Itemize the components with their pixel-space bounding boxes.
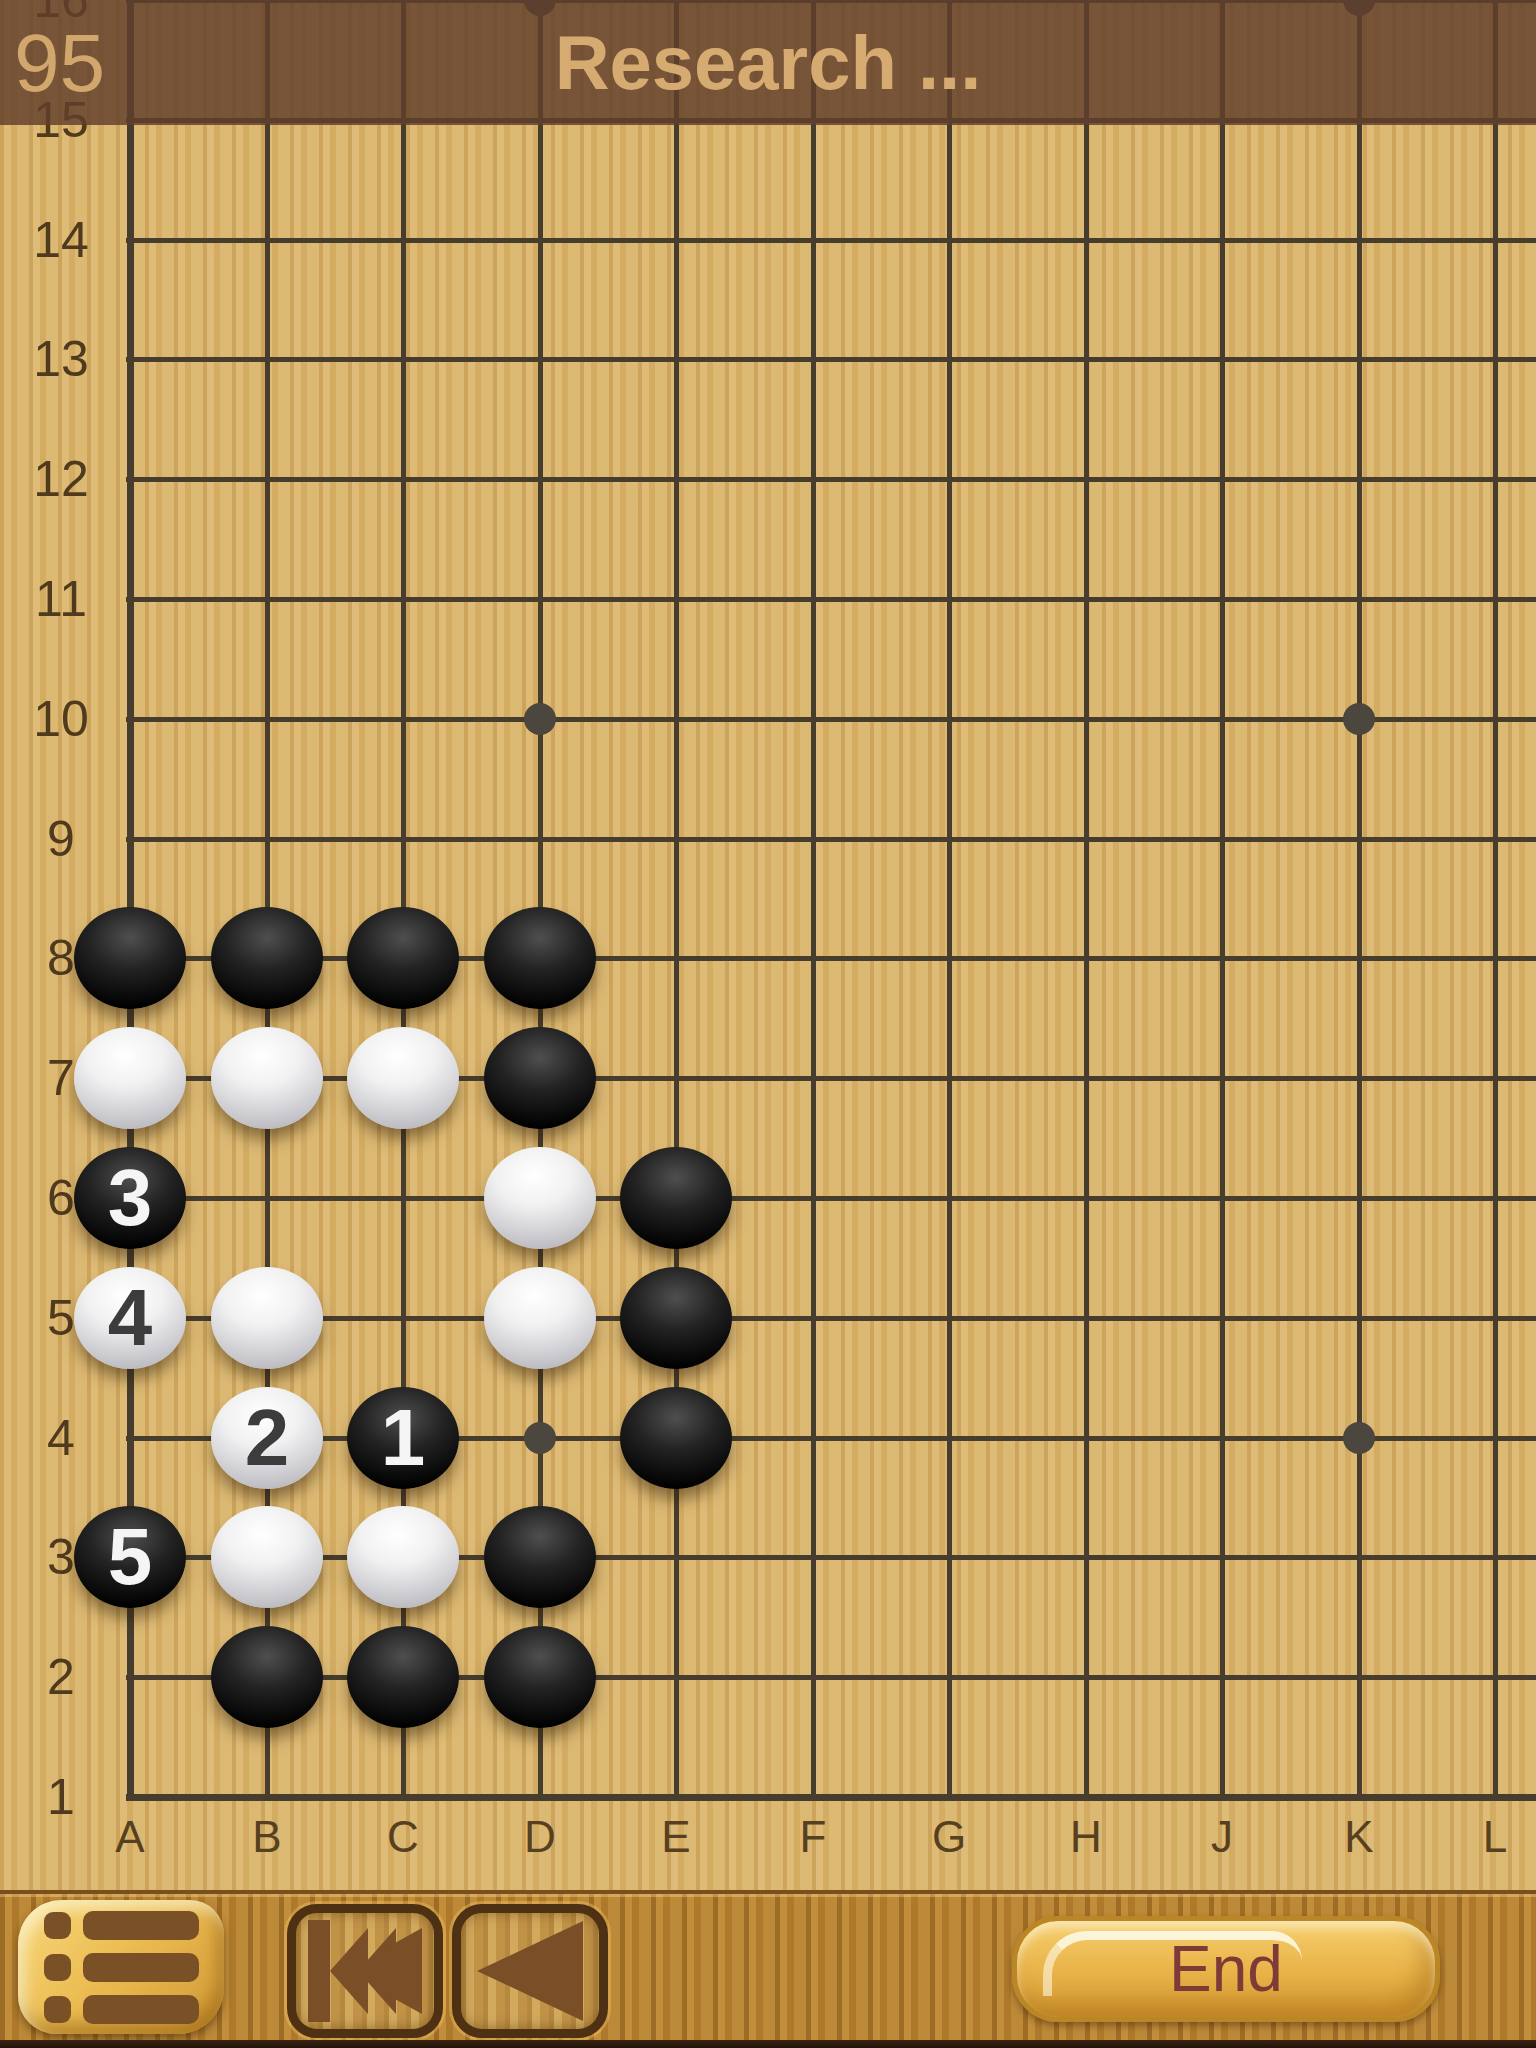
skip-to-start-icon <box>306 1920 424 2022</box>
grid-line-horizontal <box>126 597 1536 602</box>
column-label: F <box>773 1812 853 1862</box>
stone-move-label: 1 <box>381 1398 426 1478</box>
stone-D8 <box>484 907 596 1009</box>
grid-line-horizontal <box>126 1196 1536 1201</box>
row-label: 4 <box>14 1413 108 1463</box>
star-point <box>1343 1422 1375 1454</box>
row-label: 10 <box>14 694 108 744</box>
row-label: 12 <box>14 454 108 504</box>
column-label: D <box>500 1812 580 1862</box>
stone-move-label: 3 <box>108 1158 153 1238</box>
grid-line-horizontal <box>126 1675 1536 1680</box>
stone-A7 <box>74 1027 186 1129</box>
grid-line-vertical <box>1357 0 1362 1801</box>
column-label: B <box>227 1812 307 1862</box>
stone-C3 <box>347 1506 459 1608</box>
grid-line-vertical <box>1220 0 1225 1801</box>
menu-button[interactable] <box>18 1900 224 2034</box>
stone-B3 <box>211 1506 323 1608</box>
grid-line-horizontal <box>126 1076 1536 1081</box>
stone-D7 <box>484 1027 596 1129</box>
row-label: 2 <box>14 1652 108 1702</box>
step-back-button[interactable] <box>452 1904 608 2038</box>
star-point <box>1343 703 1375 735</box>
stone-B5 <box>211 1267 323 1369</box>
column-label: J <box>1182 1812 1262 1862</box>
star-point <box>524 703 556 735</box>
step-back-icon <box>471 1917 589 2025</box>
stone-C7 <box>347 1027 459 1129</box>
grid-line-vertical <box>811 0 816 1801</box>
stone-A6: 3 <box>74 1147 186 1249</box>
row-label: 14 <box>14 215 108 265</box>
stone-A5: 4 <box>74 1267 186 1369</box>
stone-move-label: 2 <box>245 1398 290 1478</box>
grid-line-vertical <box>947 0 952 1801</box>
column-label: G <box>909 1812 989 1862</box>
game-title: Research ... <box>0 0 1536 125</box>
grid-line-horizontal <box>126 837 1536 842</box>
grid-line-horizontal <box>126 717 1536 722</box>
stone-C2 <box>347 1626 459 1728</box>
grid-line-horizontal <box>126 477 1536 482</box>
list-icon <box>44 1911 199 2024</box>
grid-line-horizontal <box>126 1794 1536 1801</box>
stone-A3: 5 <box>74 1506 186 1608</box>
grid-line-vertical <box>674 0 679 1801</box>
stone-B7 <box>211 1027 323 1129</box>
column-label: L <box>1455 1812 1535 1862</box>
stone-B8 <box>211 907 323 1009</box>
grid-line-horizontal <box>126 357 1536 362</box>
header-bar: 95 Research ... <box>0 0 1536 125</box>
column-label: H <box>1046 1812 1126 1862</box>
grid-line-vertical <box>1084 0 1089 1801</box>
stone-C8 <box>347 907 459 1009</box>
end-button-label: End <box>1169 1932 1283 2006</box>
grid-line-horizontal <box>126 1316 1536 1321</box>
toolbar: End <box>0 1890 1536 2048</box>
grid-line-horizontal <box>126 1436 1536 1441</box>
stone-E4 <box>620 1387 732 1489</box>
stone-E5 <box>620 1267 732 1369</box>
grid-line-horizontal <box>126 238 1536 243</box>
stone-D6 <box>484 1147 596 1249</box>
grid-line-horizontal <box>126 1555 1536 1560</box>
column-label: K <box>1319 1812 1399 1862</box>
stone-D2 <box>484 1626 596 1728</box>
row-label: 11 <box>14 574 108 624</box>
screen-bottom-edge <box>0 2040 1536 2048</box>
stone-A8 <box>74 907 186 1009</box>
board-grid[interactable]: ABCDEFGHJKL1234567891011121314151634215 <box>0 0 1536 1890</box>
stone-B4: 2 <box>211 1387 323 1489</box>
stone-B2 <box>211 1626 323 1728</box>
stone-move-label: 5 <box>108 1517 153 1597</box>
row-label: 1 <box>14 1772 108 1822</box>
end-button[interactable]: End <box>1012 1916 1440 2022</box>
stone-E6 <box>620 1147 732 1249</box>
column-label: C <box>363 1812 443 1862</box>
rewind-to-start-button[interactable] <box>287 1904 443 2038</box>
stone-C4: 1 <box>347 1387 459 1489</box>
row-label: 9 <box>14 814 108 864</box>
stone-D5 <box>484 1267 596 1369</box>
row-label: 13 <box>14 334 108 384</box>
star-point <box>524 1422 556 1454</box>
stone-move-label: 4 <box>108 1278 153 1358</box>
go-app-screen: ABCDEFGHJKL1234567891011121314151634215 … <box>0 0 1536 2048</box>
grid-line-vertical <box>1493 0 1498 1801</box>
column-label: E <box>636 1812 716 1862</box>
stone-D3 <box>484 1506 596 1608</box>
grid-line-horizontal <box>126 956 1536 961</box>
